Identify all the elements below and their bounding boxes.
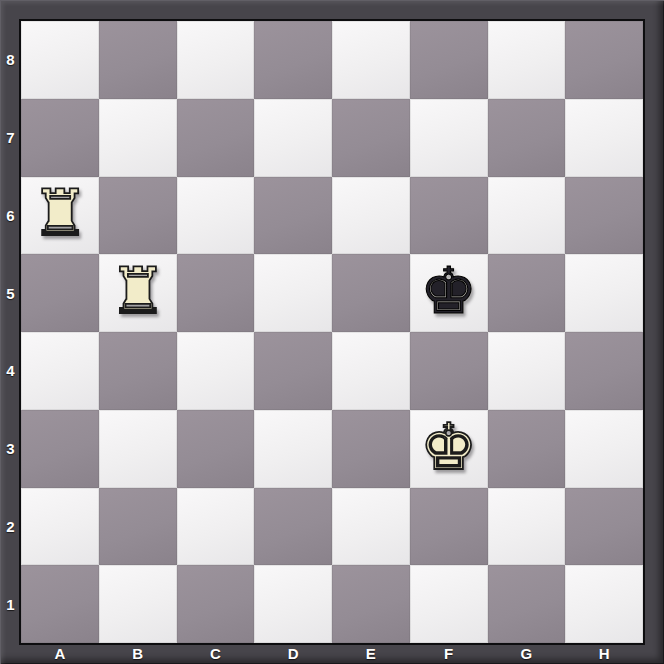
square-h7[interactable] [565,99,643,177]
square-c1[interactable] [177,565,255,643]
square-b1[interactable] [99,565,177,643]
square-d6[interactable] [254,177,332,255]
square-a1[interactable] [21,565,99,643]
square-b3[interactable] [99,410,177,488]
square-g3[interactable] [488,410,566,488]
square-g7[interactable] [488,99,566,177]
square-b2[interactable] [99,488,177,566]
file-label-c: C [177,643,255,664]
piece-white-rook-a6[interactable]: ♜ [31,181,88,245]
square-e5[interactable] [332,254,410,332]
square-c4[interactable] [177,332,255,410]
square-g1[interactable] [488,565,566,643]
square-f7[interactable] [410,99,488,177]
piece-black-king-f5[interactable]: ♚ [420,259,477,323]
square-a2[interactable] [21,488,99,566]
rank-labels: 87654321 [0,21,21,643]
square-d5[interactable] [254,254,332,332]
file-label-f: F [410,643,488,664]
square-e2[interactable] [332,488,410,566]
square-c2[interactable] [177,488,255,566]
rank-label-3: 3 [0,410,21,488]
rank-label-1: 1 [0,565,21,643]
square-d4[interactable] [254,332,332,410]
square-b7[interactable] [99,99,177,177]
square-c6[interactable] [177,177,255,255]
square-e7[interactable] [332,99,410,177]
square-a8[interactable] [21,21,99,99]
rank-label-5: 5 [0,254,21,332]
square-f6[interactable] [410,177,488,255]
square-b5[interactable]: ♜ [99,254,177,332]
file-label-h: H [565,643,643,664]
rank-label-6: 6 [0,177,21,255]
square-d7[interactable] [254,99,332,177]
chess-board-frame: ♜♜♚♚ 87654321 ABCDEFGH [0,0,664,664]
chess-board: ♜♜♚♚ [21,21,643,643]
rank-label-7: 7 [0,99,21,177]
square-g8[interactable] [488,21,566,99]
square-f5[interactable]: ♚ [410,254,488,332]
square-a6[interactable]: ♜ [21,177,99,255]
rank-label-4: 4 [0,332,21,410]
piece-white-king-f3[interactable]: ♚ [420,415,477,479]
square-c5[interactable] [177,254,255,332]
square-g5[interactable] [488,254,566,332]
square-a5[interactable] [21,254,99,332]
square-e6[interactable] [332,177,410,255]
file-label-e: E [332,643,410,664]
square-g6[interactable] [488,177,566,255]
square-h1[interactable] [565,565,643,643]
square-h5[interactable] [565,254,643,332]
file-labels: ABCDEFGH [21,643,643,664]
square-c7[interactable] [177,99,255,177]
square-e1[interactable] [332,565,410,643]
square-g4[interactable] [488,332,566,410]
file-label-b: B [99,643,177,664]
square-h8[interactable] [565,21,643,99]
square-a4[interactable] [21,332,99,410]
square-f4[interactable] [410,332,488,410]
file-label-a: A [21,643,99,664]
square-d8[interactable] [254,21,332,99]
square-c8[interactable] [177,21,255,99]
square-a3[interactable] [21,410,99,488]
square-h3[interactable] [565,410,643,488]
rank-label-8: 8 [0,21,21,99]
square-h4[interactable] [565,332,643,410]
square-h2[interactable] [565,488,643,566]
square-h6[interactable] [565,177,643,255]
square-d3[interactable] [254,410,332,488]
square-a7[interactable] [21,99,99,177]
square-d2[interactable] [254,488,332,566]
square-f3[interactable]: ♚ [410,410,488,488]
square-c3[interactable] [177,410,255,488]
square-b6[interactable] [99,177,177,255]
square-e3[interactable] [332,410,410,488]
file-label-g: G [488,643,566,664]
square-e4[interactable] [332,332,410,410]
square-d1[interactable] [254,565,332,643]
rank-label-2: 2 [0,488,21,566]
square-f2[interactable] [410,488,488,566]
piece-white-rook-b5[interactable]: ♜ [109,259,166,323]
square-e8[interactable] [332,21,410,99]
square-g2[interactable] [488,488,566,566]
square-b4[interactable] [99,332,177,410]
square-f1[interactable] [410,565,488,643]
square-f8[interactable] [410,21,488,99]
square-b8[interactable] [99,21,177,99]
file-label-d: D [254,643,332,664]
